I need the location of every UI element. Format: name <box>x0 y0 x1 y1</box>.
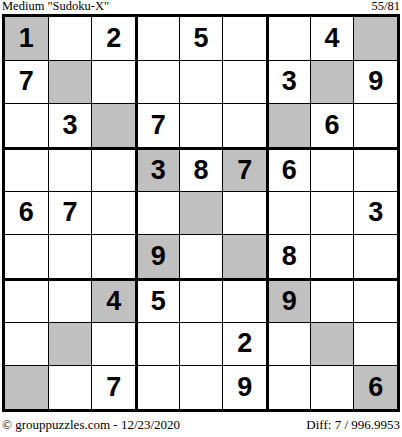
footer: © grouppuzzles.com - 12/23/2020 Diff: 7 … <box>2 416 400 434</box>
cell-r3c1 <box>5 104 48 147</box>
cell-r4c9 <box>354 148 397 191</box>
cell-r7c4: 5 <box>136 279 179 322</box>
cell-r8c8 <box>311 323 354 366</box>
cell-r5c1: 6 <box>5 192 48 235</box>
sudoku-board: 12547393763876673984592796 <box>2 14 400 412</box>
cell-r3c6 <box>223 104 266 147</box>
cell-r4c2 <box>49 148 92 191</box>
cell-r7c6 <box>223 279 266 322</box>
cell-r5c3 <box>92 192 135 235</box>
difficulty-text: Diff: 7 / 996.9953 <box>306 417 400 433</box>
cell-r4c8 <box>311 148 354 191</box>
cell-r3c5 <box>180 104 223 147</box>
cell-r4c3 <box>92 148 135 191</box>
cell-r9c6: 9 <box>223 366 266 409</box>
page-title: Medium "Sudoku-X" <box>2 0 109 13</box>
cell-r3c9 <box>354 104 397 147</box>
cell-r4c6: 7 <box>223 148 266 191</box>
cell-r1c1: 1 <box>5 17 48 60</box>
cell-r8c9 <box>354 323 397 366</box>
cell-r2c8 <box>311 61 354 104</box>
cell-r8c7 <box>267 323 310 366</box>
cell-r5c9: 3 <box>354 192 397 235</box>
cell-r6c5 <box>180 235 223 278</box>
cell-r4c5: 8 <box>180 148 223 191</box>
cell-r7c3: 4 <box>92 279 135 322</box>
cell-r9c1 <box>5 366 48 409</box>
cell-r4c4: 3 <box>136 148 179 191</box>
cell-r1c6 <box>223 17 266 60</box>
cell-r2c3 <box>92 61 135 104</box>
cell-r1c3: 2 <box>92 17 135 60</box>
progress-counter: 55/81 <box>372 0 400 13</box>
cell-r7c8 <box>311 279 354 322</box>
cell-r1c5: 5 <box>180 17 223 60</box>
cell-r9c3: 7 <box>92 366 135 409</box>
cell-r6c9 <box>354 235 397 278</box>
cell-r8c4 <box>136 323 179 366</box>
header: Medium "Sudoku-X" 55/81 <box>2 0 400 14</box>
cell-r6c7: 8 <box>267 235 310 278</box>
cell-r1c9 <box>354 17 397 60</box>
cell-r8c5 <box>180 323 223 366</box>
cell-r6c8 <box>311 235 354 278</box>
cell-r8c3 <box>92 323 135 366</box>
cell-r5c8 <box>311 192 354 235</box>
copyright-text: © grouppuzzles.com - 12/23/2020 <box>2 417 180 433</box>
cell-r8c2 <box>49 323 92 366</box>
cell-r2c7: 3 <box>267 61 310 104</box>
cell-r9c8 <box>311 366 354 409</box>
cell-r6c2 <box>49 235 92 278</box>
cell-r6c1 <box>5 235 48 278</box>
cell-r1c4 <box>136 17 179 60</box>
cell-r2c1: 7 <box>5 61 48 104</box>
cell-r7c9 <box>354 279 397 322</box>
cell-r1c2 <box>49 17 92 60</box>
cell-r1c8: 4 <box>311 17 354 60</box>
cell-r7c7: 9 <box>267 279 310 322</box>
cell-r1c7 <box>267 17 310 60</box>
cell-r6c4: 9 <box>136 235 179 278</box>
cell-r2c4 <box>136 61 179 104</box>
cell-r6c3 <box>92 235 135 278</box>
cell-r7c1 <box>5 279 48 322</box>
cell-r9c2 <box>49 366 92 409</box>
cell-r4c7: 6 <box>267 148 310 191</box>
cell-r5c2: 7 <box>49 192 92 235</box>
puzzle-page: Medium "Sudoku-X" 55/81 1254739376387667… <box>0 0 402 437</box>
cell-r9c4 <box>136 366 179 409</box>
cell-r5c4 <box>136 192 179 235</box>
cell-r2c6 <box>223 61 266 104</box>
cell-r7c5 <box>180 279 223 322</box>
cell-r9c5 <box>180 366 223 409</box>
cell-r3c2: 3 <box>49 104 92 147</box>
cell-r6c6 <box>223 235 266 278</box>
cell-r3c7 <box>267 104 310 147</box>
cell-r2c2 <box>49 61 92 104</box>
cell-r5c6 <box>223 192 266 235</box>
cell-r7c2 <box>49 279 92 322</box>
cell-r3c4: 7 <box>136 104 179 147</box>
cell-r8c1 <box>5 323 48 366</box>
cell-r8c6: 2 <box>223 323 266 366</box>
cell-r2c5 <box>180 61 223 104</box>
cell-r9c7 <box>267 366 310 409</box>
cell-r4c1 <box>5 148 48 191</box>
cell-r3c3 <box>92 104 135 147</box>
cell-r9c9: 6 <box>354 366 397 409</box>
cell-r2c9: 9 <box>354 61 397 104</box>
cell-r5c5 <box>180 192 223 235</box>
cell-r5c7 <box>267 192 310 235</box>
cell-r3c8: 6 <box>311 104 354 147</box>
